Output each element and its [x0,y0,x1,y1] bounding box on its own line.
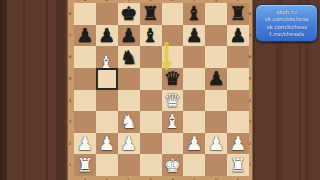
square-f1[interactable] [183,154,205,176]
wood-plank-shadow [56,0,65,180]
rank-label-8: 8 [66,12,74,16]
square-c8[interactable]: ♚ [118,3,140,25]
piece-black-pawn[interactable]: ♟ [208,69,225,88]
rank-label-2: 2 [246,142,254,146]
square-f8[interactable]: ♝ [183,3,205,25]
square-d8[interactable]: ♜ [140,3,162,25]
file-label-a: a [81,0,89,2]
square-g3[interactable] [205,111,227,133]
piece-black-bishop[interactable]: ♝ [142,26,159,45]
square-a2[interactable]: ♟ [74,133,96,155]
file-label-g: g [212,0,220,2]
square-d5[interactable] [140,68,162,90]
file-label-b: b [103,0,111,2]
square-b4[interactable] [96,90,118,112]
piece-black-pawn[interactable]: ♟ [76,26,93,45]
piece-white-king[interactable]: ♚ [164,156,181,175]
rank-label-4: 4 [246,99,254,103]
square-f6[interactable] [183,46,205,68]
square-c2[interactable]: ♟ [118,133,140,155]
square-g6[interactable] [205,46,227,68]
square-g1[interactable] [205,154,227,176]
file-label-e: e [169,0,177,2]
square-g8[interactable] [205,3,227,25]
square-d1[interactable] [140,154,162,176]
board-frame: ♚♜♝♜♟♟♟♝♟♟♞♛♟♛♞♝♟♟♟♟♟♟♜♚♜ ♝ aabbccddeeff… [67,0,253,180]
square-f7[interactable]: ♟ [183,25,205,47]
file-label-f: f [190,0,198,2]
square-c7[interactable]: ♟ [118,25,140,47]
square-c3[interactable]: ♞ [118,111,140,133]
square-c1[interactable] [118,154,140,176]
square-a3[interactable] [74,111,96,133]
square-c4[interactable] [118,90,140,112]
square-d4[interactable] [140,90,162,112]
file-label-h: h [234,178,242,180]
square-e7[interactable] [162,25,184,47]
rank-label-1: 1 [66,163,74,167]
link-text: okch.ru [276,9,297,15]
rank-label-3: 3 [66,120,74,124]
square-e6[interactable] [162,46,184,68]
file-label-f: f [190,178,198,180]
square-e5[interactable]: ♛ [162,68,184,90]
chess-board: ♚♜♝♜♟♟♟♝♟♟♞♛♟♛♞♝♟♟♟♟♟♟♜♚♜ [74,3,249,176]
square-b2[interactable]: ♟ [96,133,118,155]
square-a7[interactable]: ♟ [74,25,96,47]
piece-white-pawn[interactable]: ♟ [186,134,203,153]
file-label-c: c [125,178,133,180]
square-f3[interactable] [183,111,205,133]
square-f5[interactable] [183,68,205,90]
square-g7[interactable] [205,25,227,47]
rank-label-6: 6 [246,55,254,59]
piece-black-knight[interactable]: ♞ [120,48,137,67]
piece-black-pawn[interactable]: ♟ [230,26,247,45]
square-b1[interactable] [96,154,118,176]
file-label-a: a [81,178,89,180]
square-b3[interactable] [96,111,118,133]
square-g2[interactable]: ♟ [205,133,227,155]
square-e1[interactable]: ♚ [162,154,184,176]
square-g5[interactable]: ♟ [205,68,227,90]
square-b7[interactable]: ♟ [96,25,118,47]
square-c5[interactable] [118,68,140,90]
rank-label-6: 6 [66,55,74,59]
piece-black-queen[interactable]: ♛ [164,69,181,88]
file-label-g: g [212,178,220,180]
rank-label-3: 3 [246,120,254,124]
piece-white-queen[interactable]: ♛ [164,91,181,110]
square-e4[interactable]: ♛ [162,90,184,112]
dragged-piece-white-bishop[interactable]: ♝ [95,51,117,73]
square-c6[interactable]: ♞ [118,46,140,68]
square-f2[interactable]: ♟ [183,133,205,155]
square-a4[interactable] [74,90,96,112]
square-e3[interactable]: ♝ [162,111,184,133]
piece-white-pawn[interactable]: ♟ [230,134,247,153]
piece-white-bishop[interactable]: ♝ [164,112,181,131]
piece-white-pawn[interactable]: ♟ [98,134,115,153]
rank-label-5: 5 [66,77,74,81]
square-e8[interactable] [162,3,184,25]
square-a6[interactable] [74,46,96,68]
video-frame: ♚♜♝♜♟♟♟♝♟♟♞♛♟♛♞♝♟♟♟♟♟♟♜♚♜ ♝ aabbccddeeff… [0,0,320,180]
square-g4[interactable] [205,90,227,112]
piece-black-king[interactable]: ♚ [120,4,137,23]
piece-black-bishop[interactable]: ♝ [186,4,203,23]
piece-black-pawn[interactable]: ♟ [120,26,137,45]
link-text: vk.com/okchess [265,16,309,22]
link-text: vk.com/kchess [266,24,307,30]
piece-white-pawn[interactable]: ♟ [76,134,93,153]
square-d6[interactable] [140,46,162,68]
square-f4[interactable] [183,90,205,112]
file-label-d: d [147,178,155,180]
square-a1[interactable]: ♜ [74,154,96,176]
rank-label-5: 5 [246,77,254,81]
piece-black-rook[interactable]: ♜ [230,4,247,23]
file-label-h: h [234,0,242,2]
links-panel: okch.ru vk.com/okchess vk.com/kchess t.m… [255,4,318,42]
square-a5[interactable] [74,68,96,90]
square-b8[interactable] [96,3,118,25]
piece-black-rook[interactable]: ♜ [142,4,159,23]
square-d7[interactable]: ♝ [140,25,162,47]
file-label-b: b [103,178,111,180]
file-label-e: e [169,178,177,180]
rank-label-7: 7 [246,34,254,38]
piece-white-knight[interactable]: ♞ [120,112,137,131]
file-label-c: c [125,0,133,2]
square-e2[interactable] [162,133,184,155]
piece-black-pawn[interactable]: ♟ [186,26,203,45]
square-d2[interactable] [140,133,162,155]
rank-label-8: 8 [246,12,254,16]
square-d3[interactable] [140,111,162,133]
rank-label-1: 1 [246,163,254,167]
piece-white-rook[interactable]: ♜ [230,156,247,175]
piece-black-pawn[interactable]: ♟ [98,26,115,45]
link-text: t.me/chessls [269,31,304,37]
rank-label-2: 2 [66,142,74,146]
piece-white-rook[interactable]: ♜ [76,156,93,175]
rank-label-4: 4 [66,99,74,103]
file-label-d: d [147,0,155,2]
piece-white-pawn[interactable]: ♟ [208,134,225,153]
rank-label-7: 7 [66,34,74,38]
piece-white-pawn[interactable]: ♟ [120,134,137,153]
square-a8[interactable] [74,3,96,25]
